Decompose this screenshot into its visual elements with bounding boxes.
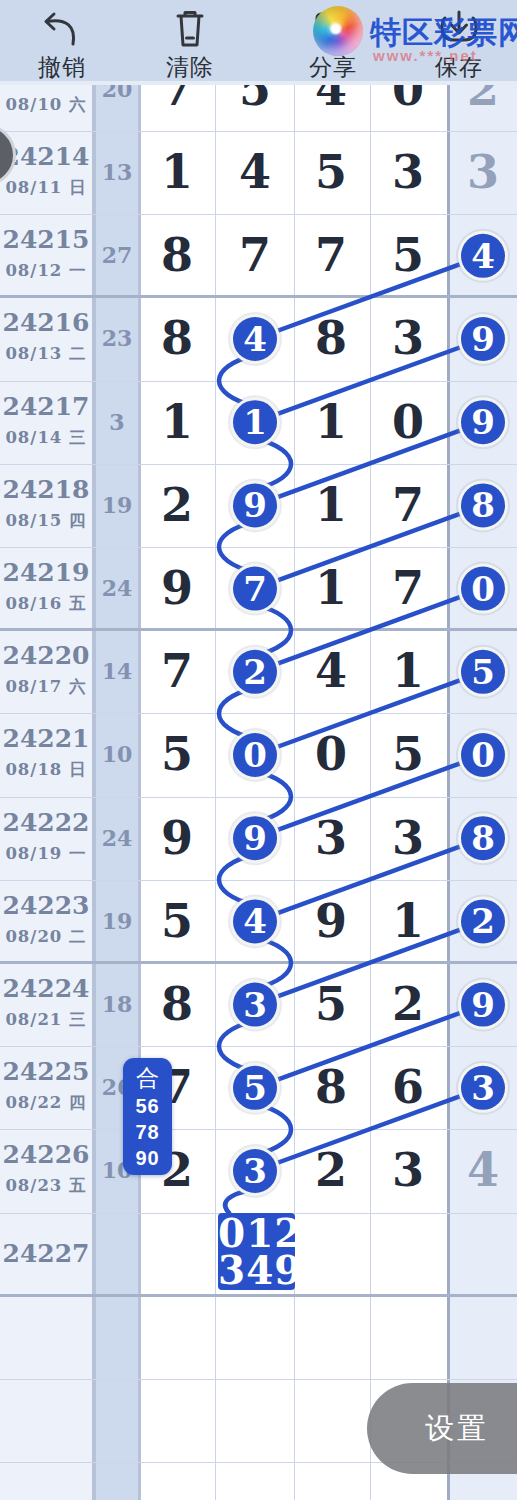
digit-cell[interactable]: 0 — [370, 85, 447, 131]
circle-halo — [230, 980, 280, 1030]
digit-cell[interactable]: 3 — [370, 297, 447, 380]
circled-digit[interactable]: 5 — [243, 1068, 267, 1108]
circled-digit-marker[interactable] — [233, 567, 277, 611]
circled-digit-marker[interactable] — [233, 483, 277, 527]
digit-cell[interactable]: 2 — [450, 85, 517, 131]
digit-cell[interactable]: 4 — [293, 85, 369, 131]
circled-digit[interactable]: 9 — [243, 818, 267, 858]
digit-cell[interactable]: 5 — [216, 85, 295, 131]
digit-cell[interactable]: 3 — [370, 1129, 447, 1212]
digit-cell[interactable]: 0 — [370, 381, 447, 464]
digit-cell[interactable]: 8 — [140, 297, 214, 380]
circle-halo — [230, 896, 280, 946]
period-cell: 24219 — [0, 558, 92, 588]
period-cell: 24220 — [0, 641, 92, 671]
sum-hint-annotation[interactable]: 合 56 78 90 — [123, 1058, 172, 1175]
circle-halo — [230, 813, 280, 863]
sum-cell: 10 — [96, 713, 138, 796]
sum-hint-label: 合 — [123, 1063, 172, 1093]
share-label: 分享 — [285, 52, 381, 83]
period-cell: 24225 — [0, 1057, 92, 1087]
sum-cell: 19 — [96, 880, 138, 963]
date-cell: 08/17 六 — [0, 675, 92, 699]
digit-cell[interactable]: 3 — [450, 131, 517, 214]
digit-cell[interactable]: 1 — [293, 464, 369, 547]
digit-cell[interactable]: 5 — [293, 131, 369, 214]
date-cell: 08/12 一 — [0, 259, 92, 283]
digit-cell[interactable]: 9 — [293, 880, 369, 963]
sum-cell: 19 — [96, 464, 138, 547]
circled-digit-marker[interactable] — [233, 400, 277, 444]
period-cell: 24222 — [0, 808, 92, 838]
digit-cell[interactable]: 4 — [293, 630, 369, 713]
date-cell: 08/16 五 — [0, 592, 92, 616]
prediction-line: 349 — [218, 1252, 295, 1289]
period-cell: 24217 — [0, 392, 92, 422]
circle-shadow — [228, 478, 282, 532]
date-cell: 08/14 三 — [0, 426, 92, 450]
period-cell: 24221 — [0, 724, 92, 754]
sum-hint-value: 56 — [123, 1093, 172, 1119]
digit-cell[interactable]: 3 — [293, 797, 369, 880]
sum-cell: 13 — [96, 131, 138, 214]
circle-halo — [230, 1146, 280, 1196]
trash-icon — [168, 6, 212, 50]
sum-cell: 23 — [96, 297, 138, 380]
digit-cell[interactable]: 1 — [140, 381, 214, 464]
circled-digit-marker[interactable] — [233, 650, 277, 694]
sum-cell: 3 — [96, 381, 138, 464]
circle-shadow — [228, 811, 282, 865]
digit-cell[interactable]: 1 — [293, 381, 369, 464]
digit-cell[interactable]: 3 — [370, 131, 447, 214]
circle-shadow — [228, 1061, 282, 1115]
prediction-annotation[interactable]: 012 349 — [218, 1213, 295, 1290]
circle-halo — [230, 1063, 280, 1113]
sum-cell: 24 — [96, 797, 138, 880]
date-cell: 08/15 四 — [0, 509, 92, 533]
sum-cell: 18 — [96, 963, 138, 1046]
digit-cell[interactable]: 1 — [370, 880, 447, 963]
circled-digit-marker[interactable] — [233, 983, 277, 1027]
date-cell: 08/11 日 — [0, 176, 92, 200]
circle-halo — [230, 397, 280, 447]
digit-cell[interactable]: 8 — [293, 1046, 369, 1129]
circled-digit[interactable]: 9 — [243, 485, 267, 525]
circle-shadow — [228, 1144, 282, 1198]
digit-cell[interactable]: 7 — [370, 464, 447, 547]
sum-cell: 20 — [96, 85, 138, 131]
digit-cell[interactable]: 2 — [370, 963, 447, 1046]
digit-cell[interactable]: 1 — [293, 547, 369, 630]
period-cell: 24226 — [0, 1140, 92, 1170]
period-cell: 24218 — [0, 475, 92, 505]
circled-digit[interactable]: 3 — [243, 1151, 267, 1191]
circle-shadow — [228, 312, 282, 366]
date-cell: 08/20 二 — [0, 925, 92, 949]
settings-label: 设置 — [425, 1409, 489, 1449]
digit-cell[interactable]: 1 — [140, 131, 214, 214]
circle-shadow — [228, 645, 282, 699]
digit-cell[interactable]: 4 — [450, 1129, 517, 1212]
digit-cell[interactable]: 7 — [140, 85, 214, 131]
circle-halo — [230, 564, 280, 614]
date-cell: 08/22 四 — [0, 1091, 92, 1115]
sum-cell: 24 — [96, 547, 138, 630]
digit-cell[interactable]: 5 — [370, 214, 447, 297]
date-cell: 08/13 二 — [0, 342, 92, 366]
circled-digit[interactable]: 7 — [243, 569, 267, 609]
digit-cell[interactable]: 5 — [140, 713, 214, 796]
digit-cell[interactable]: 2 — [140, 464, 214, 547]
digit-cell[interactable]: 9 — [140, 797, 214, 880]
circle-halo — [230, 480, 280, 530]
date-cell: 08/23 五 — [0, 1174, 92, 1198]
sum-hint-value: 90 — [123, 1145, 172, 1171]
undo-button[interactable]: 撤销 — [14, 4, 110, 83]
period-cell: 24224 — [0, 974, 92, 1004]
grid-hline-group — [0, 1294, 517, 1297]
clear-button[interactable]: 清除 — [142, 4, 238, 83]
digit-cell[interactable]: 5 — [293, 963, 369, 1046]
period-cell: 24215 — [0, 225, 92, 255]
settings-button[interactable]: 设置 — [367, 1383, 517, 1474]
lottery-trend-app: { "game": "lottery-digit-trend-chart", "… — [0, 0, 517, 1500]
date-cell: 08/10 六 — [0, 93, 92, 117]
sum-cell: 14 — [96, 630, 138, 713]
digit-cell[interactable]: 7 — [216, 214, 295, 297]
sum-cell: 27 — [96, 214, 138, 297]
circled-digit[interactable]: 0 — [243, 735, 267, 775]
digit-cell[interactable]: 5 — [140, 880, 214, 963]
digit-cell[interactable]: 0 — [293, 713, 369, 796]
date-cell: 08/21 三 — [0, 1008, 92, 1032]
circled-digit[interactable]: 1 — [243, 402, 267, 442]
watermark-logo-ball — [313, 6, 363, 56]
digit-cell[interactable]: 9 — [140, 547, 214, 630]
circled-digit[interactable]: 4 — [243, 901, 267, 941]
circle-halo — [230, 730, 280, 780]
date-cell: 08/18 日 — [0, 758, 92, 782]
digit-cell[interactable]: 2 — [293, 1129, 369, 1212]
sum-hint-value: 78 — [123, 1119, 172, 1145]
circle-halo — [230, 314, 280, 364]
digit-cell[interactable]: 4 — [216, 131, 295, 214]
circled-digit-marker[interactable] — [233, 733, 277, 777]
undo-label: 撤销 — [14, 52, 110, 83]
circle-shadow — [228, 395, 282, 449]
digit-cell[interactable]: 7 — [140, 630, 214, 713]
circle-shadow — [228, 562, 282, 616]
grid-hline — [0, 1379, 517, 1380]
digit-cell[interactable]: 8 — [140, 214, 214, 297]
circled-digit-marker[interactable] — [233, 899, 277, 943]
period-cell: 24223 — [0, 891, 92, 921]
circled-digit-marker[interactable] — [233, 816, 277, 860]
circle-halo — [230, 647, 280, 697]
circle-shadow — [228, 894, 282, 948]
undo-icon — [40, 6, 84, 50]
circled-digit[interactable]: 2 — [243, 652, 267, 692]
clear-label: 清除 — [142, 52, 238, 83]
digit-cell[interactable]: 6 — [370, 1046, 447, 1129]
digit-cell[interactable]: 7 — [293, 214, 369, 297]
digit-cell[interactable]: 5 — [370, 713, 447, 796]
digit-cell[interactable]: 8 — [293, 297, 369, 380]
circled-digit-marker[interactable] — [233, 317, 277, 361]
circled-digit-marker[interactable] — [233, 1066, 277, 1110]
circle-shadow — [228, 728, 282, 782]
digit-cell[interactable]: 8 — [140, 963, 214, 1046]
watermark-site-url: www.***.net — [373, 47, 478, 64]
period-cell: 24227 — [0, 1239, 92, 1269]
trend-chart-board[interactable]: 08/10 六20754022421408/11 日13145332421508… — [0, 85, 517, 1500]
circled-digit-marker[interactable] — [233, 1149, 277, 1193]
digit-cell[interactable]: 1 — [370, 630, 447, 713]
circle-shadow — [228, 978, 282, 1032]
date-cell: 08/19 一 — [0, 842, 92, 866]
digit-cell[interactable]: 7 — [370, 547, 447, 630]
period-cell: 24216 — [0, 308, 92, 338]
toolbar: 撤销 清除 分享 保存 特区彩票网 www.***.net — [0, 0, 517, 85]
circled-digit[interactable]: 3 — [243, 985, 267, 1025]
circled-digit[interactable]: 4 — [243, 319, 267, 359]
digit-cell[interactable]: 3 — [370, 797, 447, 880]
